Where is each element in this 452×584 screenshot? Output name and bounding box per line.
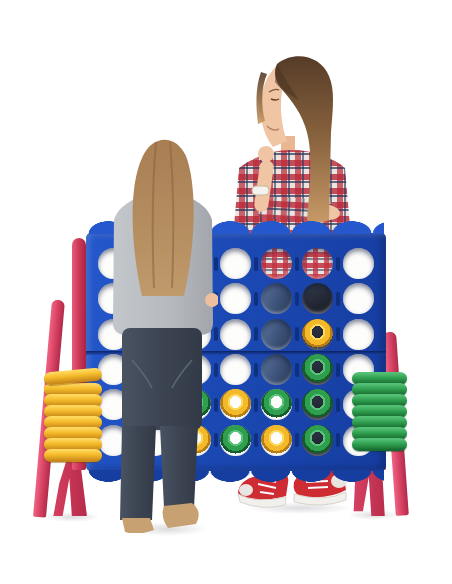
green-disc [302, 389, 333, 420]
yellow-disc [261, 425, 292, 456]
slot-opening [302, 248, 333, 279]
connect-four-scene [0, 0, 452, 584]
cell-r4c6[interactable] [297, 352, 338, 387]
green-disc-stack[interactable] [352, 372, 407, 451]
cell-r4c4[interactable] [216, 352, 257, 387]
cell-r6c6[interactable] [297, 423, 338, 458]
green-spare-disc [352, 438, 407, 451]
yellow-disc [220, 389, 251, 420]
front-player-hair [133, 140, 194, 296]
sneaker-toe-cap [239, 484, 253, 496]
green-disc [302, 354, 333, 385]
yellow-disc [302, 319, 333, 350]
slot-opening [343, 319, 374, 350]
green-disc [261, 389, 292, 420]
slot-opening [261, 283, 292, 314]
cell-r2c4[interactable] [216, 281, 257, 316]
cell-r5c5[interactable] [256, 387, 297, 422]
back-player-hand [258, 146, 274, 162]
green-disc [220, 425, 251, 456]
yellow-disc-stack[interactable] [44, 372, 102, 462]
cell-r4c5[interactable] [256, 352, 297, 387]
cell-r5c6[interactable] [297, 387, 338, 422]
cell-r1c4[interactable] [216, 246, 257, 281]
front-player-figure [108, 128, 218, 533]
slot-opening [220, 248, 251, 279]
cell-r1c6[interactable] [297, 246, 338, 281]
yellow-spare-disc [44, 449, 102, 462]
cell-r1c5[interactable] [256, 246, 297, 281]
slot-opening [220, 319, 251, 350]
slot-opening [343, 283, 374, 314]
green-disc [302, 425, 333, 456]
cell-r3c5[interactable] [256, 317, 297, 352]
slot-opening [261, 354, 292, 385]
cell-r2c6[interactable] [297, 281, 338, 316]
back-player-figure [225, 48, 360, 238]
board-left-base-foot [50, 462, 92, 516]
cell-r6c5[interactable] [256, 423, 297, 458]
slot-opening [302, 283, 333, 314]
cell-r3c4[interactable] [216, 317, 257, 352]
cell-r3c6[interactable] [297, 317, 338, 352]
front-player-jeans-hip [122, 328, 202, 430]
slot-opening [220, 354, 251, 385]
front-player-right-leg [160, 426, 198, 508]
front-player-left-shoe [122, 518, 154, 533]
slot-opening [343, 248, 374, 279]
front-player-right-shoe [163, 503, 199, 528]
cell-r2c5[interactable] [256, 281, 297, 316]
cell-r1c7[interactable] [338, 246, 379, 281]
cell-r2c7[interactable] [338, 281, 379, 316]
cell-r5c4[interactable] [216, 387, 257, 422]
front-player-left-leg [120, 426, 156, 520]
cell-r3c7[interactable] [338, 317, 379, 352]
cell-r6c4[interactable] [216, 423, 257, 458]
slot-opening [261, 319, 292, 350]
slot-opening [261, 248, 292, 279]
slot-opening [220, 283, 251, 314]
back-player-watch [252, 186, 269, 195]
